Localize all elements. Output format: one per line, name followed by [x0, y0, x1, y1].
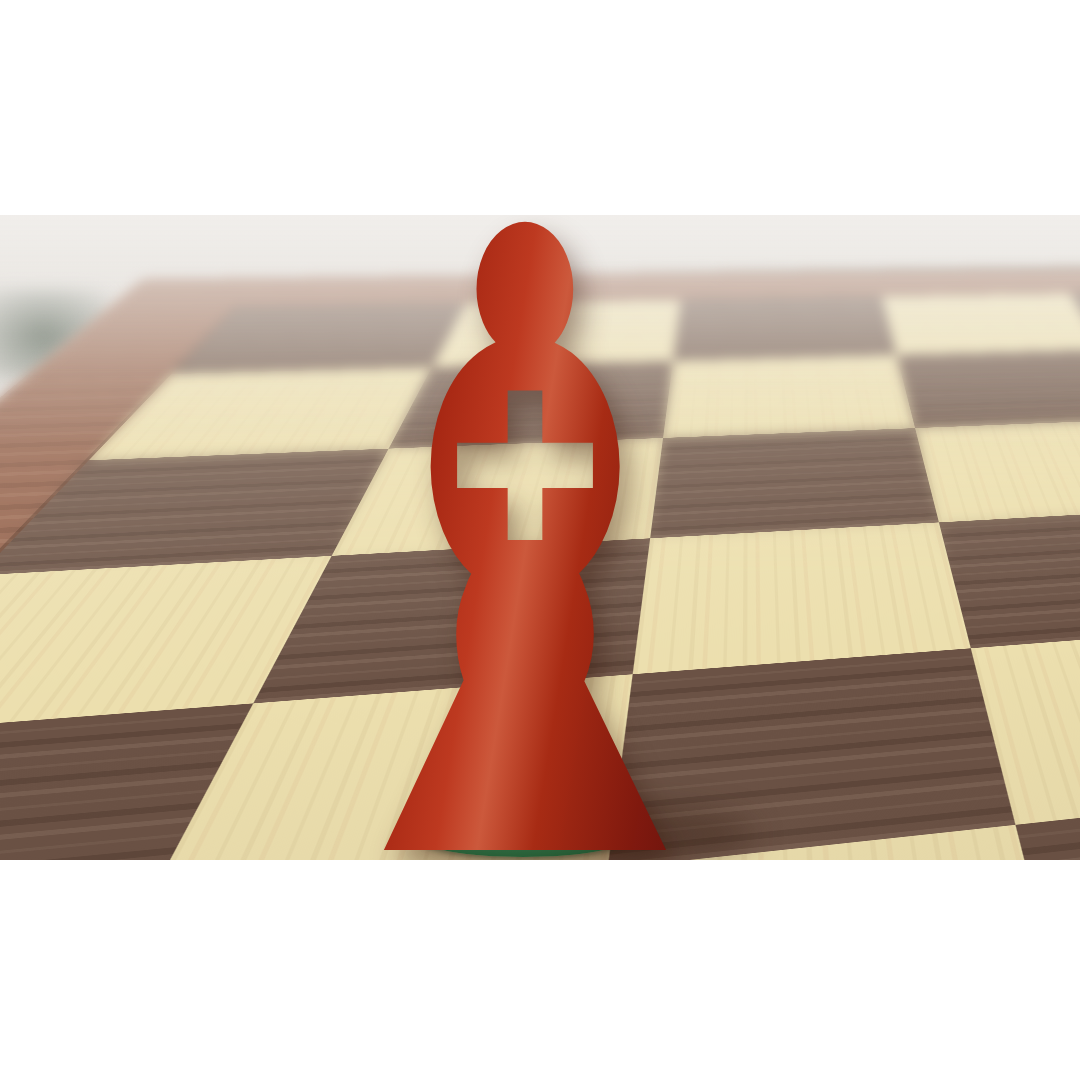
photo-frame: ♝ [0, 215, 1080, 860]
bishop-piece: ♝ [525, 215, 1080, 860]
bishop-glyph: ♝ [255, 215, 795, 860]
